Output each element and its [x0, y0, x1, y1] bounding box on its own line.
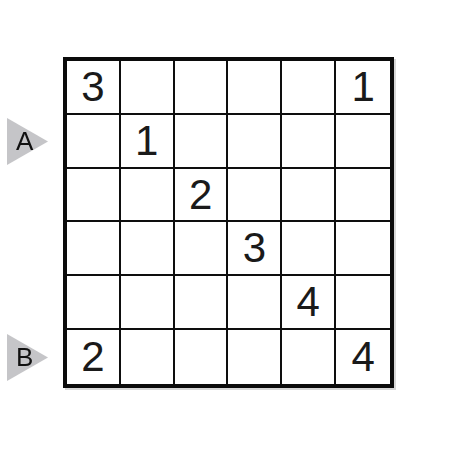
puzzle-board: 31123424	[63, 57, 394, 388]
answer-row-arrow-a: A	[7, 118, 48, 165]
cell-r6c1: 2	[67, 330, 121, 384]
cell-r5c1[interactable]	[67, 276, 121, 330]
cell-r4c2[interactable]	[121, 222, 175, 276]
cell-r4c6[interactable]	[336, 222, 390, 276]
cell-r3c4[interactable]	[228, 169, 282, 223]
cell-r4c4: 3	[228, 222, 282, 276]
cell-r1c3[interactable]	[175, 61, 229, 115]
cell-r2c3[interactable]	[175, 115, 229, 169]
cell-r2c4[interactable]	[228, 115, 282, 169]
cell-r4c1[interactable]	[67, 222, 121, 276]
cell-r1c2[interactable]	[121, 61, 175, 115]
cell-r6c6: 4	[336, 330, 390, 384]
cell-r3c6[interactable]	[336, 169, 390, 223]
cell-r5c6[interactable]	[336, 276, 390, 330]
cell-r5c2[interactable]	[121, 276, 175, 330]
cell-r2c5[interactable]	[282, 115, 336, 169]
cell-r5c5: 4	[282, 276, 336, 330]
puzzle-image: A B 31123424	[0, 0, 456, 449]
cell-r3c3: 2	[175, 169, 229, 223]
answer-row-arrow-b: B	[7, 334, 48, 381]
cell-r3c2[interactable]	[121, 169, 175, 223]
cell-r6c5[interactable]	[282, 330, 336, 384]
cell-r1c4[interactable]	[228, 61, 282, 115]
cell-r2c1[interactable]	[67, 115, 121, 169]
cell-r3c1[interactable]	[67, 169, 121, 223]
cell-r4c5[interactable]	[282, 222, 336, 276]
cell-r6c4[interactable]	[228, 330, 282, 384]
answer-row-arrow-b-label: B	[16, 342, 33, 373]
cell-r6c3[interactable]	[175, 330, 229, 384]
cell-r6c2[interactable]	[121, 330, 175, 384]
cell-r5c4[interactable]	[228, 276, 282, 330]
answer-row-arrow-a-label: A	[16, 126, 33, 157]
cell-r1c6: 1	[336, 61, 390, 115]
cell-r4c3[interactable]	[175, 222, 229, 276]
cell-r1c5[interactable]	[282, 61, 336, 115]
cell-r2c2: 1	[121, 115, 175, 169]
cell-r1c1: 3	[67, 61, 121, 115]
cell-r3c5[interactable]	[282, 169, 336, 223]
cell-r5c3[interactable]	[175, 276, 229, 330]
cell-r2c6[interactable]	[336, 115, 390, 169]
